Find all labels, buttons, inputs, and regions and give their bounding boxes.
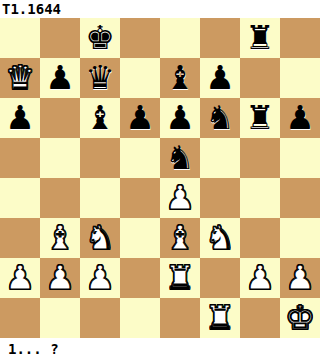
square-e3[interactable]: ♝: [160, 218, 200, 258]
piece-black-pawn[interactable]: ♟: [125, 98, 155, 138]
piece-white-pawn[interactable]: ♟: [45, 258, 75, 298]
square-e2[interactable]: ♜: [160, 258, 200, 298]
square-d8[interactable]: [120, 18, 160, 58]
square-c5[interactable]: [80, 138, 120, 178]
square-a4[interactable]: [0, 178, 40, 218]
square-d1[interactable]: [120, 298, 160, 338]
piece-black-pawn[interactable]: ♟: [205, 58, 235, 98]
square-c2[interactable]: ♟: [80, 258, 120, 298]
piece-black-rook[interactable]: ♜: [245, 98, 275, 138]
square-a1[interactable]: [0, 298, 40, 338]
square-g8[interactable]: ♜: [240, 18, 280, 58]
square-e1[interactable]: [160, 298, 200, 338]
chess-board: ♚♜♛♟♛♝♟♟♝♟♟♞♜♟♞♟♝♞♝♞♟♟♟♜♟♟♜♚: [0, 18, 320, 338]
square-h5[interactable]: [280, 138, 320, 178]
square-d6[interactable]: ♟: [120, 98, 160, 138]
square-h2[interactable]: ♟: [280, 258, 320, 298]
piece-black-pawn[interactable]: ♟: [45, 58, 75, 98]
square-h8[interactable]: [280, 18, 320, 58]
square-b8[interactable]: [40, 18, 80, 58]
piece-white-knight[interactable]: ♞: [205, 218, 235, 258]
square-g1[interactable]: [240, 298, 280, 338]
piece-white-pawn[interactable]: ♟: [285, 258, 315, 298]
square-d2[interactable]: [120, 258, 160, 298]
square-h7[interactable]: [280, 58, 320, 98]
square-h6[interactable]: ♟: [280, 98, 320, 138]
square-e4[interactable]: ♟: [160, 178, 200, 218]
square-c6[interactable]: ♝: [80, 98, 120, 138]
piece-white-rook[interactable]: ♜: [205, 298, 235, 338]
title-bar: T1.1644: [0, 0, 320, 18]
square-b4[interactable]: [40, 178, 80, 218]
square-a3[interactable]: [0, 218, 40, 258]
square-a6[interactable]: ♟: [0, 98, 40, 138]
square-h1[interactable]: ♚: [280, 298, 320, 338]
piece-black-rook[interactable]: ♜: [245, 18, 275, 58]
square-d7[interactable]: [120, 58, 160, 98]
piece-black-bishop[interactable]: ♝: [165, 58, 195, 98]
square-d4[interactable]: [120, 178, 160, 218]
piece-white-king[interactable]: ♚: [285, 298, 315, 338]
square-h4[interactable]: [280, 178, 320, 218]
square-h3[interactable]: [280, 218, 320, 258]
piece-white-knight[interactable]: ♞: [85, 218, 115, 258]
square-e6[interactable]: ♟: [160, 98, 200, 138]
piece-white-bishop[interactable]: ♝: [45, 218, 75, 258]
square-e7[interactable]: ♝: [160, 58, 200, 98]
square-g4[interactable]: [240, 178, 280, 218]
square-c3[interactable]: ♞: [80, 218, 120, 258]
piece-white-queen[interactable]: ♛: [5, 58, 35, 98]
piece-white-pawn[interactable]: ♟: [245, 258, 275, 298]
piece-black-bishop[interactable]: ♝: [85, 98, 115, 138]
piece-white-bishop[interactable]: ♝: [165, 218, 195, 258]
square-a5[interactable]: [0, 138, 40, 178]
puzzle-title: T1.1644: [2, 0, 61, 18]
square-f8[interactable]: [200, 18, 240, 58]
piece-white-pawn[interactable]: ♟: [165, 178, 195, 218]
piece-black-knight[interactable]: ♞: [205, 98, 235, 138]
square-c4[interactable]: [80, 178, 120, 218]
square-a7[interactable]: ♛: [0, 58, 40, 98]
square-g6[interactable]: ♜: [240, 98, 280, 138]
square-b5[interactable]: [40, 138, 80, 178]
square-b1[interactable]: [40, 298, 80, 338]
status-bar: 1... ?: [0, 338, 320, 360]
square-b6[interactable]: [40, 98, 80, 138]
move-prompt: 1... ?: [8, 338, 59, 360]
piece-white-pawn[interactable]: ♟: [85, 258, 115, 298]
piece-black-queen[interactable]: ♛: [85, 58, 115, 98]
square-e8[interactable]: [160, 18, 200, 58]
square-e5[interactable]: ♞: [160, 138, 200, 178]
piece-black-pawn[interactable]: ♟: [285, 98, 315, 138]
square-c8[interactable]: ♚: [80, 18, 120, 58]
square-d5[interactable]: [120, 138, 160, 178]
square-g2[interactable]: ♟: [240, 258, 280, 298]
piece-black-pawn[interactable]: ♟: [5, 98, 35, 138]
square-d3[interactable]: [120, 218, 160, 258]
square-b7[interactable]: ♟: [40, 58, 80, 98]
square-f1[interactable]: ♜: [200, 298, 240, 338]
square-g5[interactable]: [240, 138, 280, 178]
square-f6[interactable]: ♞: [200, 98, 240, 138]
square-c1[interactable]: [80, 298, 120, 338]
square-b3[interactable]: ♝: [40, 218, 80, 258]
square-g3[interactable]: [240, 218, 280, 258]
piece-white-rook[interactable]: ♜: [165, 258, 195, 298]
piece-black-pawn[interactable]: ♟: [165, 98, 195, 138]
piece-black-king[interactable]: ♚: [85, 18, 115, 58]
square-a8[interactable]: [0, 18, 40, 58]
square-c7[interactable]: ♛: [80, 58, 120, 98]
square-f4[interactable]: [200, 178, 240, 218]
square-f3[interactable]: ♞: [200, 218, 240, 258]
square-f5[interactable]: [200, 138, 240, 178]
piece-white-pawn[interactable]: ♟: [5, 258, 35, 298]
piece-black-knight[interactable]: ♞: [165, 138, 195, 178]
square-a2[interactable]: ♟: [0, 258, 40, 298]
square-f7[interactable]: ♟: [200, 58, 240, 98]
square-f2[interactable]: [200, 258, 240, 298]
square-g7[interactable]: [240, 58, 280, 98]
square-b2[interactable]: ♟: [40, 258, 80, 298]
